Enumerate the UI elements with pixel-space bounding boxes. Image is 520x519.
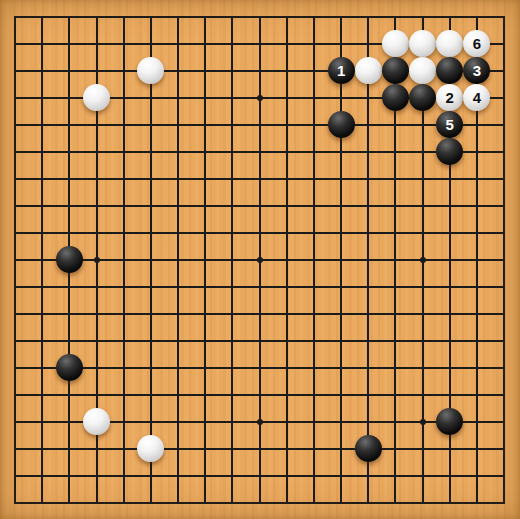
intersection-H6[interactable]	[192, 354, 219, 381]
intersection-M12[interactable]	[300, 192, 327, 219]
intersection-B17[interactable]	[29, 57, 56, 84]
intersection-Q3[interactable]	[409, 435, 436, 462]
intersection-H18[interactable]	[192, 30, 219, 57]
intersection-M15[interactable]	[300, 111, 327, 138]
intersection-J6[interactable]	[219, 354, 246, 381]
intersection-P7[interactable]	[382, 327, 409, 354]
intersection-D10[interactable]	[83, 246, 110, 273]
intersection-N1[interactable]	[327, 489, 354, 516]
intersection-D16[interactable]	[83, 84, 110, 111]
intersection-A18[interactable]	[2, 30, 29, 57]
intersection-P6[interactable]	[382, 354, 409, 381]
intersection-Q16[interactable]	[409, 84, 436, 111]
intersection-F2[interactable]	[137, 462, 164, 489]
intersection-O9[interactable]	[355, 273, 382, 300]
intersection-L16[interactable]	[273, 84, 300, 111]
intersection-R14[interactable]	[436, 138, 463, 165]
intersection-G5[interactable]	[165, 381, 192, 408]
intersection-M11[interactable]	[300, 219, 327, 246]
intersection-P12[interactable]	[382, 192, 409, 219]
intersection-Q4[interactable]	[409, 408, 436, 435]
intersection-S7[interactable]	[463, 327, 490, 354]
intersection-J12[interactable]	[219, 192, 246, 219]
intersection-G16[interactable]	[165, 84, 192, 111]
intersection-T4[interactable]	[490, 408, 517, 435]
intersection-P2[interactable]	[382, 462, 409, 489]
intersection-F3[interactable]	[137, 435, 164, 462]
intersection-S1[interactable]	[463, 489, 490, 516]
intersection-P3[interactable]	[382, 435, 409, 462]
intersection-S16[interactable]: 4	[463, 84, 490, 111]
intersection-C10[interactable]	[56, 246, 83, 273]
intersection-K15[interactable]	[246, 111, 273, 138]
intersection-R8[interactable]	[436, 300, 463, 327]
intersection-M13[interactable]	[300, 165, 327, 192]
intersection-K9[interactable]	[246, 273, 273, 300]
intersection-P11[interactable]	[382, 219, 409, 246]
intersection-O14[interactable]	[355, 138, 382, 165]
intersection-N8[interactable]	[327, 300, 354, 327]
intersection-R13[interactable]	[436, 165, 463, 192]
intersection-Q14[interactable]	[409, 138, 436, 165]
intersection-A4[interactable]	[2, 408, 29, 435]
intersection-G12[interactable]	[165, 192, 192, 219]
intersection-H17[interactable]	[192, 57, 219, 84]
intersection-N15[interactable]	[327, 111, 354, 138]
intersection-M19[interactable]	[300, 3, 327, 30]
intersection-E16[interactable]	[110, 84, 137, 111]
intersection-C7[interactable]	[56, 327, 83, 354]
intersection-O4[interactable]	[355, 408, 382, 435]
intersection-E8[interactable]	[110, 300, 137, 327]
intersection-H11[interactable]	[192, 219, 219, 246]
intersection-R19[interactable]	[436, 3, 463, 30]
intersection-L7[interactable]	[273, 327, 300, 354]
intersection-P16[interactable]	[382, 84, 409, 111]
intersection-M17[interactable]	[300, 57, 327, 84]
intersection-L10[interactable]	[273, 246, 300, 273]
intersection-B10[interactable]	[29, 246, 56, 273]
intersection-A12[interactable]	[2, 192, 29, 219]
intersection-H15[interactable]	[192, 111, 219, 138]
intersection-C12[interactable]	[56, 192, 83, 219]
intersection-N5[interactable]	[327, 381, 354, 408]
intersection-B2[interactable]	[29, 462, 56, 489]
intersection-L19[interactable]	[273, 3, 300, 30]
intersection-D5[interactable]	[83, 381, 110, 408]
intersection-H10[interactable]	[192, 246, 219, 273]
intersection-D19[interactable]	[83, 3, 110, 30]
intersection-M1[interactable]	[300, 489, 327, 516]
intersection-G13[interactable]	[165, 165, 192, 192]
intersection-J3[interactable]	[219, 435, 246, 462]
intersection-R2[interactable]	[436, 462, 463, 489]
intersection-T10[interactable]	[490, 246, 517, 273]
intersection-S11[interactable]	[463, 219, 490, 246]
intersection-O13[interactable]	[355, 165, 382, 192]
intersection-O3[interactable]	[355, 435, 382, 462]
intersection-F11[interactable]	[137, 219, 164, 246]
intersection-H4[interactable]	[192, 408, 219, 435]
intersection-C2[interactable]	[56, 462, 83, 489]
intersection-Q11[interactable]	[409, 219, 436, 246]
intersection-T16[interactable]	[490, 84, 517, 111]
intersection-J10[interactable]	[219, 246, 246, 273]
intersection-O8[interactable]	[355, 300, 382, 327]
intersection-E2[interactable]	[110, 462, 137, 489]
intersection-R4[interactable]	[436, 408, 463, 435]
intersection-L13[interactable]	[273, 165, 300, 192]
intersection-E11[interactable]	[110, 219, 137, 246]
intersection-J14[interactable]	[219, 138, 246, 165]
intersection-B11[interactable]	[29, 219, 56, 246]
intersection-C9[interactable]	[56, 273, 83, 300]
intersection-C15[interactable]	[56, 111, 83, 138]
intersection-M7[interactable]	[300, 327, 327, 354]
intersection-Q10[interactable]	[409, 246, 436, 273]
intersection-Q15[interactable]	[409, 111, 436, 138]
intersection-P4[interactable]	[382, 408, 409, 435]
intersection-F18[interactable]	[137, 30, 164, 57]
intersection-H1[interactable]	[192, 489, 219, 516]
intersection-M9[interactable]	[300, 273, 327, 300]
intersection-K13[interactable]	[246, 165, 273, 192]
intersection-O19[interactable]	[355, 3, 382, 30]
intersection-F13[interactable]	[137, 165, 164, 192]
intersection-O1[interactable]	[355, 489, 382, 516]
intersection-D2[interactable]	[83, 462, 110, 489]
intersection-J19[interactable]	[219, 3, 246, 30]
intersection-J17[interactable]	[219, 57, 246, 84]
intersection-L18[interactable]	[273, 30, 300, 57]
intersection-T18[interactable]	[490, 30, 517, 57]
intersection-O5[interactable]	[355, 381, 382, 408]
intersection-N12[interactable]	[327, 192, 354, 219]
intersection-B5[interactable]	[29, 381, 56, 408]
intersection-H16[interactable]	[192, 84, 219, 111]
intersection-L9[interactable]	[273, 273, 300, 300]
intersection-R1[interactable]	[436, 489, 463, 516]
intersection-Q7[interactable]	[409, 327, 436, 354]
intersection-T17[interactable]	[490, 57, 517, 84]
intersection-L12[interactable]	[273, 192, 300, 219]
intersection-K3[interactable]	[246, 435, 273, 462]
intersection-S4[interactable]	[463, 408, 490, 435]
intersection-P13[interactable]	[382, 165, 409, 192]
intersection-E17[interactable]	[110, 57, 137, 84]
intersection-K6[interactable]	[246, 354, 273, 381]
intersection-K1[interactable]	[246, 489, 273, 516]
intersection-L14[interactable]	[273, 138, 300, 165]
intersection-F15[interactable]	[137, 111, 164, 138]
intersection-H9[interactable]	[192, 273, 219, 300]
intersection-N10[interactable]	[327, 246, 354, 273]
intersection-B16[interactable]	[29, 84, 56, 111]
intersection-G18[interactable]	[165, 30, 192, 57]
intersection-M5[interactable]	[300, 381, 327, 408]
intersection-J18[interactable]	[219, 30, 246, 57]
intersection-S12[interactable]	[463, 192, 490, 219]
intersection-S9[interactable]	[463, 273, 490, 300]
intersection-J16[interactable]	[219, 84, 246, 111]
intersection-Q19[interactable]	[409, 3, 436, 30]
intersection-N19[interactable]	[327, 3, 354, 30]
intersection-G9[interactable]	[165, 273, 192, 300]
intersection-E3[interactable]	[110, 435, 137, 462]
intersection-E6[interactable]	[110, 354, 137, 381]
intersection-C5[interactable]	[56, 381, 83, 408]
intersection-T2[interactable]	[490, 462, 517, 489]
intersection-E15[interactable]	[110, 111, 137, 138]
intersection-E7[interactable]	[110, 327, 137, 354]
intersection-Q5[interactable]	[409, 381, 436, 408]
intersection-H13[interactable]	[192, 165, 219, 192]
intersection-H19[interactable]	[192, 3, 219, 30]
intersection-G14[interactable]	[165, 138, 192, 165]
intersection-R3[interactable]	[436, 435, 463, 462]
intersection-P1[interactable]	[382, 489, 409, 516]
intersection-T12[interactable]	[490, 192, 517, 219]
intersection-H14[interactable]	[192, 138, 219, 165]
intersection-B12[interactable]	[29, 192, 56, 219]
intersection-M8[interactable]	[300, 300, 327, 327]
intersection-N17[interactable]: 1	[327, 57, 354, 84]
intersection-J11[interactable]	[219, 219, 246, 246]
intersection-B7[interactable]	[29, 327, 56, 354]
intersection-S10[interactable]	[463, 246, 490, 273]
intersection-R6[interactable]	[436, 354, 463, 381]
intersection-C11[interactable]	[56, 219, 83, 246]
intersection-F17[interactable]	[137, 57, 164, 84]
intersection-N2[interactable]	[327, 462, 354, 489]
intersection-S19[interactable]	[463, 3, 490, 30]
intersection-F16[interactable]	[137, 84, 164, 111]
intersection-K8[interactable]	[246, 300, 273, 327]
intersection-C14[interactable]	[56, 138, 83, 165]
intersection-P5[interactable]	[382, 381, 409, 408]
intersection-B14[interactable]	[29, 138, 56, 165]
intersection-A17[interactable]	[2, 57, 29, 84]
intersection-K2[interactable]	[246, 462, 273, 489]
intersection-Q13[interactable]	[409, 165, 436, 192]
intersection-N7[interactable]	[327, 327, 354, 354]
intersection-O2[interactable]	[355, 462, 382, 489]
intersection-D14[interactable]	[83, 138, 110, 165]
intersection-R7[interactable]	[436, 327, 463, 354]
intersection-K10[interactable]	[246, 246, 273, 273]
intersection-G7[interactable]	[165, 327, 192, 354]
intersection-M3[interactable]	[300, 435, 327, 462]
intersection-K17[interactable]	[246, 57, 273, 84]
intersection-H3[interactable]	[192, 435, 219, 462]
intersection-G15[interactable]	[165, 111, 192, 138]
intersection-H12[interactable]	[192, 192, 219, 219]
intersection-B9[interactable]	[29, 273, 56, 300]
intersection-N11[interactable]	[327, 219, 354, 246]
intersection-G11[interactable]	[165, 219, 192, 246]
intersection-H8[interactable]	[192, 300, 219, 327]
intersection-C1[interactable]	[56, 489, 83, 516]
intersection-H2[interactable]	[192, 462, 219, 489]
intersection-B4[interactable]	[29, 408, 56, 435]
intersection-E9[interactable]	[110, 273, 137, 300]
intersection-J5[interactable]	[219, 381, 246, 408]
intersection-B19[interactable]	[29, 3, 56, 30]
intersection-M6[interactable]	[300, 354, 327, 381]
intersection-C3[interactable]	[56, 435, 83, 462]
intersection-E4[interactable]	[110, 408, 137, 435]
intersection-H7[interactable]	[192, 327, 219, 354]
intersection-K11[interactable]	[246, 219, 273, 246]
intersection-E1[interactable]	[110, 489, 137, 516]
intersection-D6[interactable]	[83, 354, 110, 381]
intersection-T15[interactable]	[490, 111, 517, 138]
intersection-J15[interactable]	[219, 111, 246, 138]
intersection-P14[interactable]	[382, 138, 409, 165]
intersection-A7[interactable]	[2, 327, 29, 354]
intersection-J13[interactable]	[219, 165, 246, 192]
intersection-E18[interactable]	[110, 30, 137, 57]
intersection-S18[interactable]: 6	[463, 30, 490, 57]
intersection-C13[interactable]	[56, 165, 83, 192]
intersection-K4[interactable]	[246, 408, 273, 435]
intersection-E13[interactable]	[110, 165, 137, 192]
intersection-L5[interactable]	[273, 381, 300, 408]
intersection-T13[interactable]	[490, 165, 517, 192]
intersection-E5[interactable]	[110, 381, 137, 408]
intersection-A2[interactable]	[2, 462, 29, 489]
intersection-O17[interactable]	[355, 57, 382, 84]
intersection-P9[interactable]	[382, 273, 409, 300]
intersection-M18[interactable]	[300, 30, 327, 57]
intersection-Q18[interactable]	[409, 30, 436, 57]
intersection-R9[interactable]	[436, 273, 463, 300]
intersection-N9[interactable]	[327, 273, 354, 300]
intersection-N4[interactable]	[327, 408, 354, 435]
intersection-N18[interactable]	[327, 30, 354, 57]
intersection-S15[interactable]	[463, 111, 490, 138]
intersection-Q9[interactable]	[409, 273, 436, 300]
intersection-G1[interactable]	[165, 489, 192, 516]
intersection-P18[interactable]	[382, 30, 409, 57]
intersection-P15[interactable]	[382, 111, 409, 138]
intersection-J7[interactable]	[219, 327, 246, 354]
intersection-A14[interactable]	[2, 138, 29, 165]
intersection-E14[interactable]	[110, 138, 137, 165]
intersection-T6[interactable]	[490, 354, 517, 381]
intersection-D18[interactable]	[83, 30, 110, 57]
intersection-A6[interactable]	[2, 354, 29, 381]
intersection-T11[interactable]	[490, 219, 517, 246]
intersection-P10[interactable]	[382, 246, 409, 273]
intersection-M16[interactable]	[300, 84, 327, 111]
intersection-O10[interactable]	[355, 246, 382, 273]
intersection-L15[interactable]	[273, 111, 300, 138]
intersection-R16[interactable]: 2	[436, 84, 463, 111]
intersection-Q1[interactable]	[409, 489, 436, 516]
intersection-P17[interactable]	[382, 57, 409, 84]
intersection-Q17[interactable]	[409, 57, 436, 84]
intersection-K5[interactable]	[246, 381, 273, 408]
intersection-F14[interactable]	[137, 138, 164, 165]
intersection-K7[interactable]	[246, 327, 273, 354]
intersection-E19[interactable]	[110, 3, 137, 30]
intersection-N14[interactable]	[327, 138, 354, 165]
intersection-T3[interactable]	[490, 435, 517, 462]
intersection-G8[interactable]	[165, 300, 192, 327]
intersection-D7[interactable]	[83, 327, 110, 354]
intersection-T19[interactable]	[490, 3, 517, 30]
intersection-R5[interactable]	[436, 381, 463, 408]
intersection-H5[interactable]	[192, 381, 219, 408]
intersection-D1[interactable]	[83, 489, 110, 516]
intersection-J1[interactable]	[219, 489, 246, 516]
intersection-G17[interactable]	[165, 57, 192, 84]
intersection-L11[interactable]	[273, 219, 300, 246]
intersection-D4[interactable]	[83, 408, 110, 435]
intersection-A3[interactable]	[2, 435, 29, 462]
intersection-G3[interactable]	[165, 435, 192, 462]
intersection-F12[interactable]	[137, 192, 164, 219]
intersection-Q8[interactable]	[409, 300, 436, 327]
intersection-A10[interactable]	[2, 246, 29, 273]
intersection-K18[interactable]	[246, 30, 273, 57]
intersection-O18[interactable]	[355, 30, 382, 57]
intersection-L1[interactable]	[273, 489, 300, 516]
intersection-B13[interactable]	[29, 165, 56, 192]
intersection-C19[interactable]	[56, 3, 83, 30]
intersection-R10[interactable]	[436, 246, 463, 273]
intersection-N13[interactable]	[327, 165, 354, 192]
intersection-M10[interactable]	[300, 246, 327, 273]
intersection-F5[interactable]	[137, 381, 164, 408]
intersection-E12[interactable]	[110, 192, 137, 219]
intersection-S2[interactable]	[463, 462, 490, 489]
intersection-T8[interactable]	[490, 300, 517, 327]
intersection-B6[interactable]	[29, 354, 56, 381]
intersection-L3[interactable]	[273, 435, 300, 462]
intersection-L4[interactable]	[273, 408, 300, 435]
intersection-T1[interactable]	[490, 489, 517, 516]
intersection-F4[interactable]	[137, 408, 164, 435]
intersection-A8[interactable]	[2, 300, 29, 327]
intersection-D17[interactable]	[83, 57, 110, 84]
intersection-L6[interactable]	[273, 354, 300, 381]
intersection-K12[interactable]	[246, 192, 273, 219]
intersection-A5[interactable]	[2, 381, 29, 408]
intersection-P8[interactable]	[382, 300, 409, 327]
intersection-A13[interactable]	[2, 165, 29, 192]
intersection-R11[interactable]	[436, 219, 463, 246]
intersection-T7[interactable]	[490, 327, 517, 354]
intersection-A1[interactable]	[2, 489, 29, 516]
intersection-M4[interactable]	[300, 408, 327, 435]
intersection-J4[interactable]	[219, 408, 246, 435]
intersection-D15[interactable]	[83, 111, 110, 138]
intersection-O7[interactable]	[355, 327, 382, 354]
intersection-B3[interactable]	[29, 435, 56, 462]
intersection-F9[interactable]	[137, 273, 164, 300]
intersection-R17[interactable]	[436, 57, 463, 84]
intersection-G10[interactable]	[165, 246, 192, 273]
intersection-F19[interactable]	[137, 3, 164, 30]
intersection-F7[interactable]	[137, 327, 164, 354]
intersection-C16[interactable]	[56, 84, 83, 111]
intersection-B18[interactable]	[29, 30, 56, 57]
intersection-L17[interactable]	[273, 57, 300, 84]
intersection-C18[interactable]	[56, 30, 83, 57]
intersection-C6[interactable]	[56, 354, 83, 381]
